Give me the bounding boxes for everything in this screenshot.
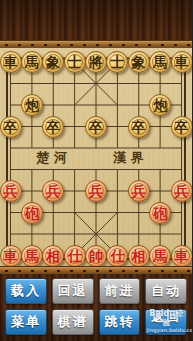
auto-button[interactable]: 自动: [145, 278, 187, 304]
piece-red-砲[interactable]: 砲: [21, 202, 43, 224]
record-button-label: 棋谱: [58, 313, 88, 331]
piece-black-卒[interactable]: 卒: [128, 116, 150, 138]
river-label-chu-he: 楚河: [36, 147, 72, 169]
toolbar: 载入回退前进自动菜单棋谱跳转返回Baidu经验jingyan.baidu.com: [0, 274, 192, 341]
stud-strip-bottom: [0, 266, 192, 274]
back-button[interactable]: 返回Baidu经验jingyan.baidu.com: [145, 309, 187, 335]
load-button-label: 载入: [11, 282, 41, 300]
piece-black-卒[interactable]: 卒: [0, 116, 22, 138]
piece-black-卒[interactable]: 卒: [42, 116, 64, 138]
xiangqi-app-screen: 楚河 漢界 車馬象士將士象馬車炮炮卒卒卒卒卒兵兵兵兵兵砲砲車馬相仕帥仕相馬車 载…: [0, 0, 192, 341]
piece-red-相[interactable]: 相: [128, 245, 150, 267]
piece-red-相[interactable]: 相: [42, 245, 64, 267]
river-label-han-jie: 漢界: [113, 147, 149, 169]
piece-red-兵[interactable]: 兵: [128, 180, 150, 202]
piece-black-卒[interactable]: 卒: [85, 116, 107, 138]
stud-strip-top: [0, 40, 192, 48]
piece-red-兵[interactable]: 兵: [0, 180, 22, 202]
jump-button[interactable]: 跳转: [99, 309, 141, 335]
piece-black-馬[interactable]: 馬: [149, 51, 171, 73]
piece-black-炮[interactable]: 炮: [149, 94, 171, 116]
piece-black-炮[interactable]: 炮: [21, 94, 43, 116]
piece-red-仕[interactable]: 仕: [106, 245, 128, 267]
jump-button-label: 跳转: [104, 313, 134, 331]
piece-red-馬[interactable]: 馬: [149, 245, 171, 267]
piece-black-士[interactable]: 士: [64, 51, 86, 73]
undo-button[interactable]: 回退: [52, 278, 94, 304]
board-grid: [0, 48, 192, 266]
piece-red-車[interactable]: 車: [171, 245, 193, 267]
piece-black-車[interactable]: 車: [171, 51, 193, 73]
piece-red-砲[interactable]: 砲: [149, 202, 171, 224]
piece-black-將[interactable]: 將: [85, 51, 107, 73]
piece-black-車[interactable]: 車: [0, 51, 22, 73]
watermark-url: jingyan.baidu.com: [146, 328, 186, 334]
record-button[interactable]: 棋谱: [52, 309, 94, 335]
forward-button-label: 前进: [104, 282, 134, 300]
piece-red-兵[interactable]: 兵: [85, 180, 107, 202]
piece-black-馬[interactable]: 馬: [21, 51, 43, 73]
menu-button-label: 菜单: [11, 313, 41, 331]
piece-black-象[interactable]: 象: [128, 51, 150, 73]
undo-button-label: 回退: [58, 282, 88, 300]
back-button-label: 返回: [151, 308, 181, 326]
xiangqi-board[interactable]: 楚河 漢界 車馬象士將士象馬車炮炮卒卒卒卒卒兵兵兵兵兵砲砲車馬相仕帥仕相馬車: [0, 48, 192, 266]
menu-button[interactable]: 菜单: [5, 309, 47, 335]
piece-red-兵[interactable]: 兵: [171, 180, 193, 202]
load-button[interactable]: 载入: [5, 278, 47, 304]
piece-red-車[interactable]: 車: [0, 245, 22, 267]
auto-button-label: 自动: [151, 282, 181, 300]
piece-black-卒[interactable]: 卒: [171, 116, 193, 138]
forward-button[interactable]: 前进: [99, 278, 141, 304]
piece-red-帥[interactable]: 帥: [85, 245, 107, 267]
piece-red-馬[interactable]: 馬: [21, 245, 43, 267]
piece-red-仕[interactable]: 仕: [64, 245, 86, 267]
